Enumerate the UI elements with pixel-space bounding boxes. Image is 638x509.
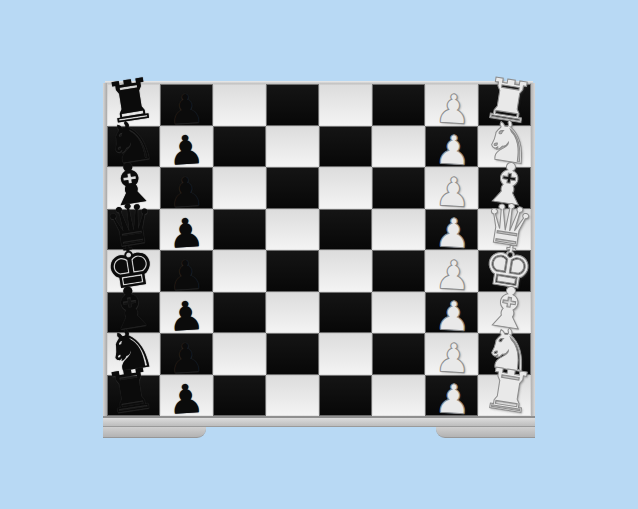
white-pawn-piece[interactable]: ♟ xyxy=(433,295,472,337)
square-r6-c6[interactable] xyxy=(372,292,425,334)
white-pawn-piece[interactable]: ♟ xyxy=(433,378,472,420)
square-r8-c1[interactable]: ♜ xyxy=(107,375,160,417)
square-r4-c2[interactable]: ♟ xyxy=(160,209,213,251)
square-r6-c7[interactable]: ♟ xyxy=(425,292,478,334)
black-pawn-piece[interactable]: ♟ xyxy=(166,378,205,420)
square-r4-c7[interactable]: ♟ xyxy=(425,209,478,251)
black-pawn-piece[interactable]: ♟ xyxy=(166,336,205,378)
chess-board-assembly: ♜♟♟♜♞♟♟♞♝♟♟♝♛♟♟♛♚♟♟♚♝♟♟♝♞♟♟♞♜♟♟♜ xyxy=(103,81,535,438)
square-r5-c3[interactable] xyxy=(213,250,266,292)
square-r7-c6[interactable] xyxy=(372,333,425,375)
white-pawn-piece[interactable]: ♟ xyxy=(433,87,472,129)
square-r8-c5[interactable] xyxy=(319,375,372,417)
square-r2-c5[interactable] xyxy=(319,126,372,168)
black-rook-piece[interactable]: ♜ xyxy=(101,360,159,423)
white-pawn-piece[interactable]: ♟ xyxy=(433,336,472,378)
board-base-bar xyxy=(103,416,535,427)
square-r1-c4[interactable] xyxy=(266,84,319,126)
square-r5-c4[interactable] xyxy=(266,250,319,292)
square-r4-c4[interactable] xyxy=(266,209,319,251)
square-r8-c4[interactable] xyxy=(266,375,319,417)
square-r1-c6[interactable] xyxy=(372,84,425,126)
board-base-right-foot xyxy=(436,427,535,438)
square-r5-c6[interactable] xyxy=(372,250,425,292)
square-r2-c3[interactable] xyxy=(213,126,266,168)
white-pawn-piece[interactable]: ♟ xyxy=(433,129,472,171)
square-r4-c3[interactable] xyxy=(213,209,266,251)
square-r7-c3[interactable] xyxy=(213,333,266,375)
white-pawn-piece[interactable]: ♟ xyxy=(433,212,472,254)
square-r5-c5[interactable] xyxy=(319,250,372,292)
square-r8-c7[interactable]: ♟ xyxy=(425,375,478,417)
square-r7-c4[interactable] xyxy=(266,333,319,375)
square-r3-c6[interactable] xyxy=(372,167,425,209)
square-r1-c7[interactable]: ♟ xyxy=(425,84,478,126)
square-r6-c3[interactable] xyxy=(213,292,266,334)
square-r3-c7[interactable]: ♟ xyxy=(425,167,478,209)
black-pawn-piece[interactable]: ♟ xyxy=(166,295,205,337)
square-r2-c4[interactable] xyxy=(266,126,319,168)
chess-board[interactable]: ♜♟♟♜♞♟♟♞♝♟♟♝♛♟♟♛♚♟♟♚♝♟♟♝♞♟♟♞♜♟♟♜ xyxy=(107,84,531,416)
square-r4-c5[interactable] xyxy=(319,209,372,251)
square-r1-c5[interactable] xyxy=(319,84,372,126)
square-r1-c2[interactable]: ♟ xyxy=(160,84,213,126)
square-r8-c6[interactable] xyxy=(372,375,425,417)
white-pawn-piece[interactable]: ♟ xyxy=(433,253,472,295)
square-r1-c3[interactable] xyxy=(213,84,266,126)
square-r2-c6[interactable] xyxy=(372,126,425,168)
square-r8-c2[interactable]: ♟ xyxy=(160,375,213,417)
white-rook-piece[interactable]: ♜ xyxy=(479,360,537,423)
square-r8-c8[interactable]: ♜ xyxy=(478,375,531,417)
square-r3-c4[interactable] xyxy=(266,167,319,209)
square-r3-c2[interactable]: ♟ xyxy=(160,167,213,209)
black-pawn-piece[interactable]: ♟ xyxy=(166,212,205,254)
square-r5-c7[interactable]: ♟ xyxy=(425,250,478,292)
black-pawn-piece[interactable]: ♟ xyxy=(166,170,205,212)
square-r5-c2[interactable]: ♟ xyxy=(160,250,213,292)
square-r6-c5[interactable] xyxy=(319,292,372,334)
black-pawn-piece[interactable]: ♟ xyxy=(166,87,205,129)
white-pawn-piece[interactable]: ♟ xyxy=(433,170,472,212)
board-base-left-foot xyxy=(103,427,206,438)
black-pawn-piece[interactable]: ♟ xyxy=(166,129,205,171)
scene: ♜♟♟♜♞♟♟♞♝♟♟♝♛♟♟♛♚♟♟♚♝♟♟♝♞♟♟♞♜♟♟♜ xyxy=(0,0,638,509)
square-r8-c3[interactable] xyxy=(213,375,266,417)
black-pawn-piece[interactable]: ♟ xyxy=(166,253,205,295)
square-r7-c2[interactable]: ♟ xyxy=(160,333,213,375)
square-r3-c3[interactable] xyxy=(213,167,266,209)
square-r2-c2[interactable]: ♟ xyxy=(160,126,213,168)
square-r2-c7[interactable]: ♟ xyxy=(425,126,478,168)
square-r7-c7[interactable]: ♟ xyxy=(425,333,478,375)
square-r6-c2[interactable]: ♟ xyxy=(160,292,213,334)
square-r3-c5[interactable] xyxy=(319,167,372,209)
square-r4-c6[interactable] xyxy=(372,209,425,251)
square-r6-c4[interactable] xyxy=(266,292,319,334)
square-r7-c5[interactable] xyxy=(319,333,372,375)
